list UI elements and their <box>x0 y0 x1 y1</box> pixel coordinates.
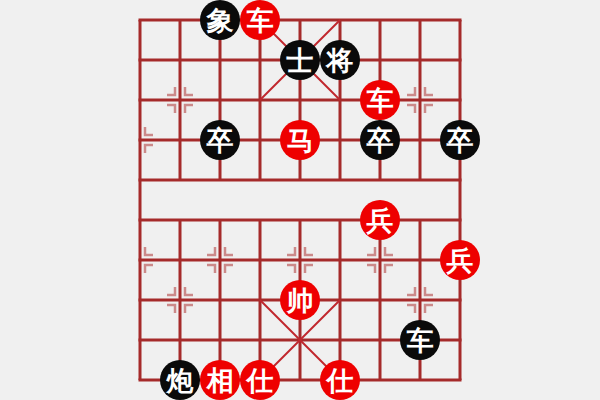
red-advisor[interactable]: 仕 <box>320 360 360 400</box>
red-general[interactable]: 帅 <box>280 280 320 320</box>
black-advisor[interactable]: 士 <box>280 40 320 80</box>
red-horse[interactable]: 马 <box>280 120 320 160</box>
black-elephant[interactable]: 象 <box>200 0 240 40</box>
red-elephant[interactable]: 相 <box>200 360 240 400</box>
black-soldier[interactable]: 卒 <box>440 120 480 160</box>
black-general[interactable]: 将 <box>320 40 360 80</box>
black-soldier[interactable]: 卒 <box>200 120 240 160</box>
red-advisor[interactable]: 仕 <box>240 360 280 400</box>
black-cannon[interactable]: 炮 <box>160 360 200 400</box>
xiangqi-board: 象车士将车卒马卒卒兵兵帅车炮相仕仕 <box>0 0 600 400</box>
red-soldier[interactable]: 兵 <box>440 240 480 280</box>
black-soldier[interactable]: 卒 <box>360 120 400 160</box>
pieces-layer: 象车士将车卒马卒卒兵兵帅车炮相仕仕 <box>120 0 480 400</box>
red-chariot[interactable]: 车 <box>360 80 400 120</box>
red-soldier[interactable]: 兵 <box>360 200 400 240</box>
black-chariot[interactable]: 车 <box>400 320 440 360</box>
red-chariot[interactable]: 车 <box>240 0 280 40</box>
